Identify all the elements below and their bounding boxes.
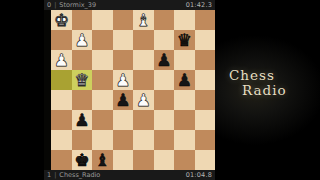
chess-board[interactable]: ♚♝♟♛♟♟♛♟♟♟♟♟♚♝ xyxy=(51,10,215,170)
square-g1[interactable] xyxy=(174,150,195,170)
square-b3[interactable]: ♟ xyxy=(72,110,93,130)
piece-white-p: ♟ xyxy=(133,90,154,110)
square-b8[interactable] xyxy=(72,10,93,30)
square-d5[interactable]: ♟ xyxy=(113,70,134,90)
piece-white-q: ♛ xyxy=(72,70,93,90)
square-a7[interactable] xyxy=(51,30,72,50)
piece-black-p: ♟ xyxy=(154,50,175,70)
square-d3[interactable] xyxy=(113,110,134,130)
square-c2[interactable] xyxy=(92,130,113,150)
square-g8[interactable] xyxy=(174,10,195,30)
square-g3[interactable] xyxy=(174,110,195,130)
square-e2[interactable] xyxy=(133,130,154,150)
piece-white-p: ♟ xyxy=(51,50,72,70)
square-d4[interactable]: ♟ xyxy=(113,90,134,110)
square-b4[interactable] xyxy=(72,90,93,110)
square-a6[interactable]: ♟ xyxy=(51,50,72,70)
square-f6[interactable]: ♟ xyxy=(154,50,175,70)
square-a3[interactable] xyxy=(51,110,72,130)
square-d7[interactable] xyxy=(113,30,134,50)
square-h8[interactable] xyxy=(195,10,216,30)
logo-line-2: Radio xyxy=(242,83,287,98)
piece-black-b: ♝ xyxy=(92,150,113,170)
square-a1[interactable] xyxy=(51,150,72,170)
square-e8[interactable]: ♝ xyxy=(133,10,154,30)
bottom-player-clock: 01:04.8 xyxy=(186,170,215,180)
square-b6[interactable] xyxy=(72,50,93,70)
chess-game-window: 0 | Stormix_39 01:42.3 ♚♝♟♛♟♟♛♟♟♟♟♟♚♝ 1 … xyxy=(44,0,215,180)
square-h1[interactable] xyxy=(195,150,216,170)
piece-black-p: ♟ xyxy=(113,90,134,110)
square-a2[interactable] xyxy=(51,130,72,150)
square-c1[interactable]: ♝ xyxy=(92,150,113,170)
piece-black-q: ♛ xyxy=(174,30,195,50)
piece-white-b: ♝ xyxy=(133,10,154,30)
square-e5[interactable] xyxy=(133,70,154,90)
top-bar-separator: | xyxy=(54,0,56,10)
square-e7[interactable] xyxy=(133,30,154,50)
square-h6[interactable] xyxy=(195,50,216,70)
square-h4[interactable] xyxy=(195,90,216,110)
square-f1[interactable] xyxy=(154,150,175,170)
square-f7[interactable] xyxy=(154,30,175,50)
square-f5[interactable] xyxy=(154,70,175,90)
logo-line-1: Chess xyxy=(229,68,287,83)
branding-panel: Chess Radio xyxy=(215,0,320,180)
square-e4[interactable]: ♟ xyxy=(133,90,154,110)
square-a4[interactable] xyxy=(51,90,72,110)
top-player-name: Stormix_39 xyxy=(59,0,96,10)
top-player-clock: 01:42.3 xyxy=(186,0,215,10)
bottom-player-bar: 1 | Chess_Radio 01:04.8 xyxy=(44,170,215,180)
piece-white-k: ♚ xyxy=(51,10,72,30)
square-c3[interactable] xyxy=(92,110,113,130)
square-g6[interactable] xyxy=(174,50,195,70)
piece-black-p: ♟ xyxy=(72,110,93,130)
square-h2[interactable] xyxy=(195,130,216,150)
chess-radio-logo: Chess Radio xyxy=(229,68,287,98)
square-c6[interactable] xyxy=(92,50,113,70)
square-c4[interactable] xyxy=(92,90,113,110)
bottom-player-name: Chess_Radio xyxy=(59,170,100,180)
bottom-bar-separator: | xyxy=(54,170,56,180)
square-a8[interactable]: ♚ xyxy=(51,10,72,30)
square-e3[interactable] xyxy=(133,110,154,130)
square-b7[interactable]: ♟ xyxy=(72,30,93,50)
square-d2[interactable] xyxy=(113,130,134,150)
square-c5[interactable] xyxy=(92,70,113,90)
square-d1[interactable] xyxy=(113,150,134,170)
square-f3[interactable] xyxy=(154,110,175,130)
square-g7[interactable]: ♛ xyxy=(174,30,195,50)
piece-black-p: ♟ xyxy=(174,70,195,90)
square-e6[interactable] xyxy=(133,50,154,70)
square-b2[interactable] xyxy=(72,130,93,150)
square-b1[interactable]: ♚ xyxy=(72,150,93,170)
square-f2[interactable] xyxy=(154,130,175,150)
square-h5[interactable] xyxy=(195,70,216,90)
piece-black-k: ♚ xyxy=(72,150,93,170)
letterbox-left xyxy=(0,0,44,180)
square-d6[interactable] xyxy=(113,50,134,70)
square-f4[interactable] xyxy=(154,90,175,110)
top-player-bar: 0 | Stormix_39 01:42.3 xyxy=(44,0,215,10)
piece-white-p: ♟ xyxy=(113,70,134,90)
square-e1[interactable] xyxy=(133,150,154,170)
square-g2[interactable] xyxy=(174,130,195,150)
top-player-score: 0 xyxy=(47,0,51,10)
bottom-player-score: 1 xyxy=(47,170,51,180)
square-h7[interactable] xyxy=(195,30,216,50)
square-c8[interactable] xyxy=(92,10,113,30)
video-frame: 0 | Stormix_39 01:42.3 ♚♝♟♛♟♟♛♟♟♟♟♟♚♝ 1 … xyxy=(0,0,320,180)
square-h3[interactable] xyxy=(195,110,216,130)
square-g5[interactable]: ♟ xyxy=(174,70,195,90)
square-a5[interactable] xyxy=(51,70,72,90)
square-g4[interactable] xyxy=(174,90,195,110)
square-b5[interactable]: ♛ xyxy=(72,70,93,90)
square-c7[interactable] xyxy=(92,30,113,50)
piece-white-p: ♟ xyxy=(72,30,93,50)
square-f8[interactable] xyxy=(154,10,175,30)
square-d8[interactable] xyxy=(113,10,134,30)
